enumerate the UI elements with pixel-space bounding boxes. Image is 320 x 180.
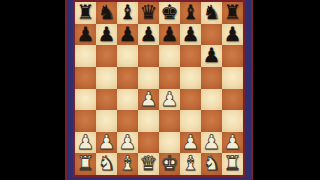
black-pawn: ♟ xyxy=(180,24,201,46)
square-h4 xyxy=(222,89,243,111)
white-pawn: ♟ xyxy=(138,89,159,111)
square-e7: ♟ xyxy=(159,24,180,46)
square-e8: ♚ xyxy=(159,2,180,24)
square-g7 xyxy=(201,24,222,46)
black-pawn: ♟ xyxy=(159,24,180,46)
square-c1: ♝ xyxy=(117,153,138,175)
square-b4 xyxy=(96,89,117,111)
black-knight: ♞ xyxy=(201,2,222,24)
white-pawn: ♟ xyxy=(75,132,96,154)
square-h5 xyxy=(222,67,243,89)
square-f3 xyxy=(180,110,201,132)
square-d5 xyxy=(138,67,159,89)
video-frame: ♜♞♝♛♚♝♞♜♟♟♟♟♟♟♟♟♟♟♟♟♟♟♟♟♜♞♝♛♚♝♞♜ xyxy=(0,0,320,180)
black-pawn: ♟ xyxy=(117,24,138,46)
square-a3 xyxy=(75,110,96,132)
square-h8: ♜ xyxy=(222,2,243,24)
square-f8: ♝ xyxy=(180,2,201,24)
chess-board-frame: ♜♞♝♛♚♝♞♜♟♟♟♟♟♟♟♟♟♟♟♟♟♟♟♟♜♞♝♛♚♝♞♜ xyxy=(65,0,253,180)
square-b1: ♞ xyxy=(96,153,117,175)
white-bishop: ♝ xyxy=(180,153,201,175)
square-e5 xyxy=(159,67,180,89)
square-b3 xyxy=(96,110,117,132)
square-f5 xyxy=(180,67,201,89)
square-b7: ♟ xyxy=(96,24,117,46)
square-d6 xyxy=(138,45,159,67)
white-king: ♚ xyxy=(159,153,180,175)
square-c3 xyxy=(117,110,138,132)
square-a5 xyxy=(75,67,96,89)
square-a4 xyxy=(75,89,96,111)
white-pawn: ♟ xyxy=(159,89,180,111)
white-rook: ♜ xyxy=(75,153,96,175)
black-king: ♚ xyxy=(159,2,180,24)
square-e4: ♟ xyxy=(159,89,180,111)
square-h3 xyxy=(222,110,243,132)
square-f7: ♟ xyxy=(180,24,201,46)
white-pawn: ♟ xyxy=(222,132,243,154)
black-rook: ♜ xyxy=(75,2,96,24)
square-a1: ♜ xyxy=(75,153,96,175)
square-h2: ♟ xyxy=(222,132,243,154)
square-f6 xyxy=(180,45,201,67)
white-pawn: ♟ xyxy=(117,132,138,154)
square-c7: ♟ xyxy=(117,24,138,46)
chess-board-inner-frame: ♜♞♝♛♚♝♞♜♟♟♟♟♟♟♟♟♟♟♟♟♟♟♟♟♜♞♝♛♚♝♞♜ xyxy=(73,0,245,177)
square-h1: ♜ xyxy=(222,153,243,175)
black-rook: ♜ xyxy=(222,2,243,24)
square-g3 xyxy=(201,110,222,132)
black-bishop: ♝ xyxy=(117,2,138,24)
square-c4 xyxy=(117,89,138,111)
black-queen: ♛ xyxy=(138,2,159,24)
square-e1: ♚ xyxy=(159,153,180,175)
square-d2 xyxy=(138,132,159,154)
square-f1: ♝ xyxy=(180,153,201,175)
white-pawn: ♟ xyxy=(201,132,222,154)
square-f2: ♟ xyxy=(180,132,201,154)
square-g6: ♟ xyxy=(201,45,222,67)
white-queen: ♛ xyxy=(138,153,159,175)
square-e2 xyxy=(159,132,180,154)
white-rook: ♜ xyxy=(222,153,243,175)
white-knight: ♞ xyxy=(96,153,117,175)
square-a8: ♜ xyxy=(75,2,96,24)
square-h7: ♟ xyxy=(222,24,243,46)
white-knight: ♞ xyxy=(201,153,222,175)
black-pawn: ♟ xyxy=(138,24,159,46)
square-a6 xyxy=(75,45,96,67)
square-g2: ♟ xyxy=(201,132,222,154)
square-h6 xyxy=(222,45,243,67)
square-b2: ♟ xyxy=(96,132,117,154)
white-pawn: ♟ xyxy=(180,132,201,154)
black-pawn: ♟ xyxy=(222,24,243,46)
square-e3 xyxy=(159,110,180,132)
chess-board: ♜♞♝♛♚♝♞♜♟♟♟♟♟♟♟♟♟♟♟♟♟♟♟♟♜♞♝♛♚♝♞♜ xyxy=(75,2,243,175)
square-a2: ♟ xyxy=(75,132,96,154)
square-e6 xyxy=(159,45,180,67)
black-pawn: ♟ xyxy=(75,24,96,46)
square-c2: ♟ xyxy=(117,132,138,154)
square-c8: ♝ xyxy=(117,2,138,24)
square-d3 xyxy=(138,110,159,132)
square-a7: ♟ xyxy=(75,24,96,46)
black-pawn: ♟ xyxy=(96,24,117,46)
square-d7: ♟ xyxy=(138,24,159,46)
black-knight: ♞ xyxy=(96,2,117,24)
square-f4 xyxy=(180,89,201,111)
white-pawn: ♟ xyxy=(96,132,117,154)
square-g4 xyxy=(201,89,222,111)
black-pawn: ♟ xyxy=(201,45,222,67)
square-g1: ♞ xyxy=(201,153,222,175)
white-bishop: ♝ xyxy=(117,153,138,175)
square-b8: ♞ xyxy=(96,2,117,24)
square-c5 xyxy=(117,67,138,89)
square-g5 xyxy=(201,67,222,89)
square-b5 xyxy=(96,67,117,89)
square-d4: ♟ xyxy=(138,89,159,111)
square-d1: ♛ xyxy=(138,153,159,175)
square-g8: ♞ xyxy=(201,2,222,24)
square-d8: ♛ xyxy=(138,2,159,24)
square-b6 xyxy=(96,45,117,67)
square-c6 xyxy=(117,45,138,67)
black-bishop: ♝ xyxy=(180,2,201,24)
